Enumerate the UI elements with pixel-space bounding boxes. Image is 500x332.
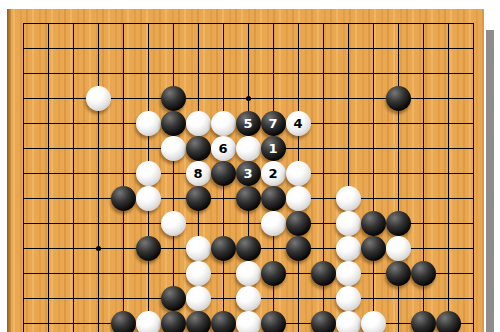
stone-black	[386, 261, 411, 286]
stone-black	[111, 311, 136, 332]
move-number: 8	[193, 166, 202, 179]
stone-black	[386, 86, 411, 111]
move-number: 7	[268, 116, 277, 129]
stone-white	[286, 186, 311, 211]
stone-white	[161, 211, 186, 236]
stone-black	[161, 86, 186, 111]
stone-white	[236, 136, 261, 161]
stone-white	[236, 311, 261, 332]
stone-black	[311, 261, 336, 286]
stone-black: 3	[236, 161, 261, 186]
stone-white	[336, 261, 361, 286]
stone-white: 6	[211, 136, 236, 161]
stone-black: 7	[261, 111, 286, 136]
move-number: 2	[268, 166, 277, 179]
star-point	[96, 246, 101, 251]
board-left-edge	[7, 9, 11, 332]
stone-white: 2	[261, 161, 286, 186]
stone-black	[261, 186, 286, 211]
stone-white	[236, 286, 261, 311]
stone-white	[136, 186, 161, 211]
stone-black	[211, 161, 236, 186]
stone-black	[361, 211, 386, 236]
stone-black	[111, 186, 136, 211]
stone-black	[236, 236, 261, 261]
stone-white	[386, 236, 411, 261]
move-number: 4	[293, 116, 302, 129]
stone-white	[211, 111, 236, 136]
move-number: 6	[218, 141, 227, 154]
stone-black	[361, 236, 386, 261]
stone-black	[161, 286, 186, 311]
stone-white	[136, 161, 161, 186]
stone-white	[361, 311, 386, 332]
stone-black	[261, 261, 286, 286]
stone-black	[186, 186, 211, 211]
stone-black	[161, 111, 186, 136]
move-number: 1	[268, 141, 277, 154]
star-point	[246, 96, 251, 101]
stone-white	[336, 186, 361, 211]
stone-black	[186, 136, 211, 161]
stone-white	[136, 111, 161, 136]
stone-black	[411, 261, 436, 286]
stone-black	[236, 186, 261, 211]
stone-white: 8	[186, 161, 211, 186]
stone-black	[186, 311, 211, 332]
move-number: 5	[243, 116, 252, 129]
stone-white: 4	[286, 111, 311, 136]
stone-white	[161, 136, 186, 161]
stone-white	[136, 311, 161, 332]
stone-black	[136, 236, 161, 261]
stone-black	[211, 236, 236, 261]
stone-black	[211, 311, 236, 332]
board-drop-shadow	[486, 30, 494, 332]
stone-white	[336, 236, 361, 261]
stone-black: 1	[261, 136, 286, 161]
move-number: 3	[243, 166, 252, 179]
stone-white	[286, 161, 311, 186]
stone-white	[86, 86, 111, 111]
stone-black	[436, 311, 461, 332]
stone-white	[336, 211, 361, 236]
stone-white	[261, 211, 286, 236]
stone-black	[261, 311, 286, 332]
stone-black	[386, 211, 411, 236]
stone-white	[186, 236, 211, 261]
stone-white	[186, 261, 211, 286]
stone-white	[336, 311, 361, 332]
go-board[interactable]: 57461832	[7, 9, 484, 332]
go-app-window: 57461832	[0, 0, 500, 332]
stone-white	[336, 286, 361, 311]
stone-white	[186, 111, 211, 136]
stone-black	[311, 311, 336, 332]
stone-black	[286, 211, 311, 236]
stone-black: 5	[236, 111, 261, 136]
stone-white	[236, 261, 261, 286]
stone-black	[286, 236, 311, 261]
stone-black	[411, 311, 436, 332]
stone-white	[186, 286, 211, 311]
stone-black	[161, 311, 186, 332]
